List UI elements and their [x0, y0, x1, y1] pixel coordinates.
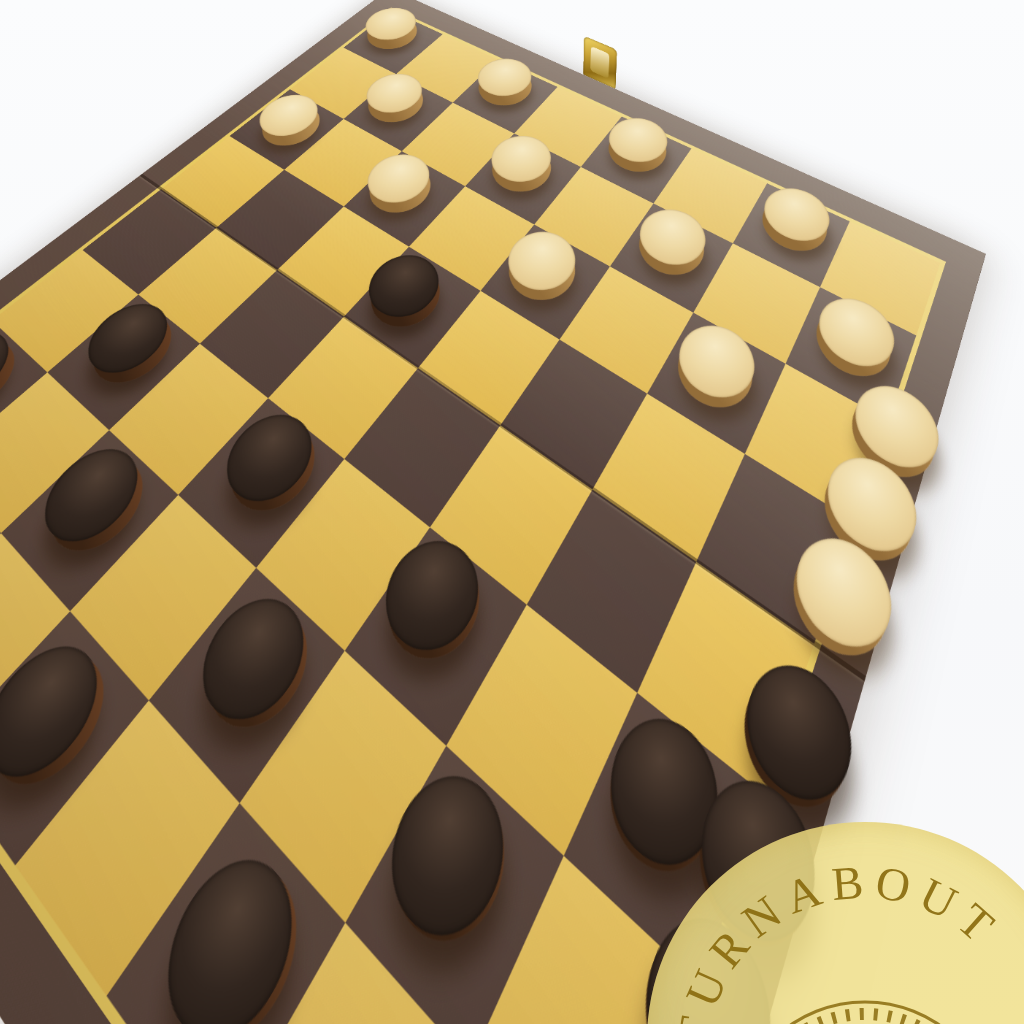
watermark-text: TURNABOUT [667, 855, 1011, 1024]
product-photo-stage: TURNABOUT [0, 0, 1024, 1024]
mandala-ornament-icon [733, 1002, 997, 1024]
